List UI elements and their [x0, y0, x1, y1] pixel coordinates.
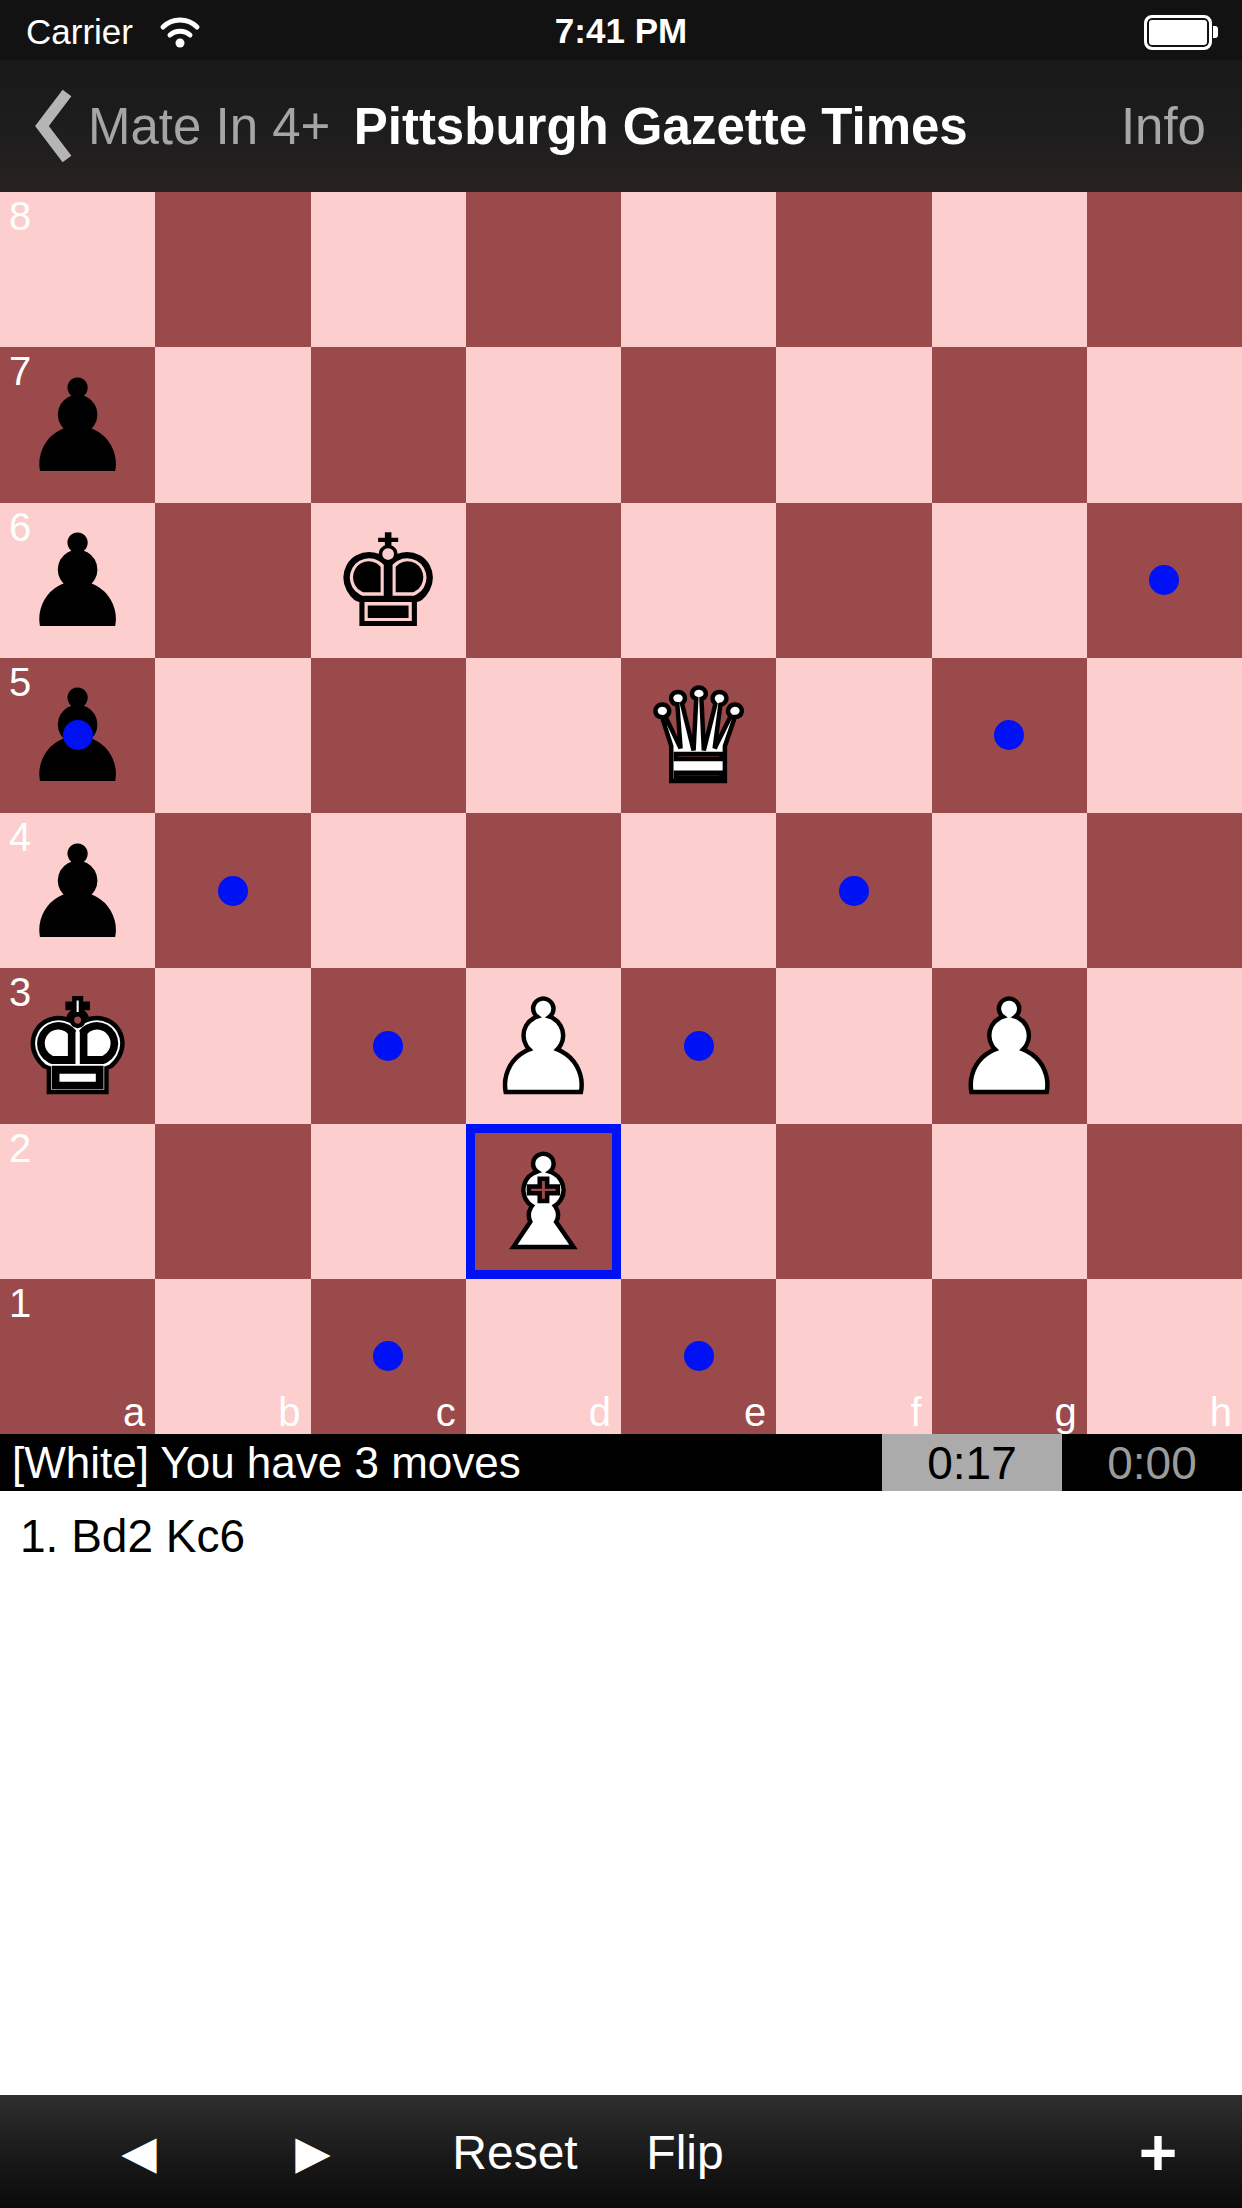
- file-label: e: [744, 1390, 766, 1434]
- square-g8[interactable]: [932, 192, 1087, 347]
- legal-move-dot: [994, 720, 1024, 750]
- square-d5[interactable]: [466, 658, 621, 813]
- status-bar: Carrier 7:41 PM: [0, 0, 1242, 60]
- square-a7[interactable]: 7♟: [0, 347, 155, 502]
- white-pawn: ♟: [466, 970, 621, 1125]
- rank-label: 4: [9, 815, 31, 860]
- square-e7[interactable]: [621, 347, 776, 502]
- square-d4[interactable]: [466, 813, 621, 968]
- black-king: ♚: [311, 505, 466, 660]
- square-f7[interactable]: [776, 347, 931, 502]
- square-e2[interactable]: [621, 1124, 776, 1279]
- square-h7[interactable]: [1087, 347, 1242, 502]
- app-screen: Carrier 7:41 PM Mate In 4+ Pittsburgh Ga…: [0, 0, 1242, 2208]
- square-f5[interactable]: [776, 658, 931, 813]
- legal-move-dot: [684, 1031, 714, 1061]
- square-e6[interactable]: [621, 503, 776, 658]
- square-g3[interactable]: ♟: [932, 968, 1087, 1123]
- square-b6[interactable]: [155, 503, 310, 658]
- rank-label: 1: [9, 1281, 31, 1326]
- square-e4[interactable]: [621, 813, 776, 968]
- info-button[interactable]: Info: [1121, 97, 1206, 156]
- square-b5[interactable]: [155, 658, 310, 813]
- square-c8[interactable]: [311, 192, 466, 347]
- reset-button[interactable]: Reset: [452, 2124, 577, 2179]
- square-b3[interactable]: [155, 968, 310, 1123]
- back-button[interactable]: Mate In 4+: [34, 88, 330, 164]
- square-c5[interactable]: [311, 658, 466, 813]
- legal-move-dot: [684, 1341, 714, 1371]
- flip-button[interactable]: Flip: [646, 2124, 723, 2179]
- legal-move-dot: [373, 1031, 403, 1061]
- rank-label: 7: [9, 349, 31, 394]
- square-a6[interactable]: 6♟: [0, 503, 155, 658]
- square-f2[interactable]: [776, 1124, 931, 1279]
- square-g5[interactable]: [932, 658, 1087, 813]
- square-a3[interactable]: 3♚: [0, 968, 155, 1123]
- legal-move-dot: [218, 876, 248, 906]
- square-e5[interactable]: ♛: [621, 658, 776, 813]
- square-f6[interactable]: [776, 503, 931, 658]
- legal-move-dot: [373, 1341, 403, 1371]
- legal-move-dot: [839, 876, 869, 906]
- square-d2[interactable]: ♝: [466, 1124, 621, 1279]
- next-move-button[interactable]: ▶: [295, 2125, 330, 2179]
- white-queen: ♛: [621, 660, 776, 815]
- square-g4[interactable]: [932, 813, 1087, 968]
- square-a5[interactable]: 5♟: [0, 658, 155, 813]
- move-list: 1. Bd2 Kc6: [0, 1491, 1242, 2095]
- file-label: f: [910, 1390, 921, 1434]
- square-f4[interactable]: [776, 813, 931, 968]
- square-c1[interactable]: c: [311, 1279, 466, 1434]
- white-timer: 0:17: [882, 1434, 1062, 1491]
- file-label: g: [1055, 1390, 1077, 1434]
- prev-move-button[interactable]: ◀: [121, 2125, 156, 2179]
- square-f1[interactable]: f: [776, 1279, 931, 1434]
- black-timer: 0:00: [1062, 1434, 1242, 1491]
- square-c2[interactable]: [311, 1124, 466, 1279]
- square-h8[interactable]: [1087, 192, 1242, 347]
- square-d7[interactable]: [466, 347, 621, 502]
- rank-label: 8: [9, 194, 31, 239]
- square-b4[interactable]: [155, 813, 310, 968]
- square-c3[interactable]: [311, 968, 466, 1123]
- white-bishop: ♝: [466, 1126, 621, 1281]
- nav-bar: Mate In 4+ Pittsburgh Gazette Times Info: [0, 60, 1242, 192]
- square-f3[interactable]: [776, 968, 931, 1123]
- square-g1[interactable]: g: [932, 1279, 1087, 1434]
- square-e8[interactable]: [621, 192, 776, 347]
- info-bar: [White] You have 3 moves 0:17 0:00: [0, 1434, 1242, 1491]
- rank-label: 3: [9, 970, 31, 1015]
- file-label: b: [278, 1390, 300, 1434]
- square-c6[interactable]: ♚: [311, 503, 466, 658]
- square-a2[interactable]: 2: [0, 1124, 155, 1279]
- square-h6[interactable]: [1087, 503, 1242, 658]
- square-b7[interactable]: [155, 347, 310, 502]
- battery-icon: [1144, 15, 1212, 50]
- square-a8[interactable]: 8: [0, 192, 155, 347]
- square-h5[interactable]: [1087, 658, 1242, 813]
- square-c7[interactable]: [311, 347, 466, 502]
- square-d8[interactable]: [466, 192, 621, 347]
- square-g2[interactable]: [932, 1124, 1087, 1279]
- page-title: Pittsburgh Gazette Times: [354, 97, 968, 156]
- legal-move-dot: [63, 720, 93, 750]
- rank-label: 6: [9, 505, 31, 550]
- square-d6[interactable]: [466, 503, 621, 658]
- prev-icon: ◀: [121, 2126, 156, 2178]
- square-g7[interactable]: [932, 347, 1087, 502]
- square-e3[interactable]: [621, 968, 776, 1123]
- move-text: 1. Bd2 Kc6: [20, 1509, 245, 1563]
- square-a1[interactable]: 1a: [0, 1279, 155, 1434]
- square-h4[interactable]: [1087, 813, 1242, 968]
- square-b1[interactable]: b: [155, 1279, 310, 1434]
- legal-move-dot: [1149, 565, 1179, 595]
- toolbar: ◀ ▶ Reset Flip +: [0, 2095, 1242, 2208]
- square-f8[interactable]: [776, 192, 931, 347]
- add-button[interactable]: +: [1139, 2114, 1178, 2190]
- back-label: Mate In 4+: [88, 97, 330, 156]
- rank-label: 5: [9, 660, 31, 705]
- square-h2[interactable]: [1087, 1124, 1242, 1279]
- square-h1[interactable]: h: [1087, 1279, 1242, 1434]
- square-d1[interactable]: d: [466, 1279, 621, 1434]
- next-icon: ▶: [295, 2126, 330, 2178]
- file-label: a: [123, 1390, 145, 1434]
- rank-label: 2: [9, 1126, 31, 1171]
- chess-board: 87♟6♟♚5♟♛4♟3♚♟♟2♝1abcdefgh: [0, 192, 1242, 1434]
- white-pawn: ♟: [932, 970, 1087, 1125]
- file-label: c: [436, 1390, 456, 1434]
- status-message: [White] You have 3 moves: [12, 1438, 521, 1488]
- square-d3[interactable]: ♟: [466, 968, 621, 1123]
- file-label: d: [589, 1390, 611, 1434]
- plus-icon: +: [1139, 2115, 1178, 2189]
- square-b8[interactable]: [155, 192, 310, 347]
- square-g6[interactable]: [932, 503, 1087, 658]
- square-a4[interactable]: 4♟: [0, 813, 155, 968]
- back-chevron-icon: [34, 88, 72, 164]
- square-h3[interactable]: [1087, 968, 1242, 1123]
- square-e1[interactable]: e: [621, 1279, 776, 1434]
- square-b2[interactable]: [155, 1124, 310, 1279]
- clock-label: 7:41 PM: [0, 11, 1242, 51]
- square-c4[interactable]: [311, 813, 466, 968]
- file-label: h: [1210, 1390, 1232, 1434]
